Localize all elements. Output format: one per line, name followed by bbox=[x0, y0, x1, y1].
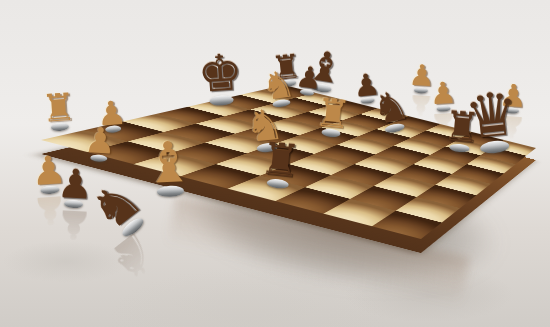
rook-glyph: ♜ bbox=[40, 89, 77, 127]
king-glyph: ♚ bbox=[196, 49, 244, 100]
chrome-ball-base bbox=[504, 107, 519, 114]
captured-light-pawn: ♟ bbox=[498, 81, 528, 115]
pawn-glyph: ♟ bbox=[352, 70, 382, 101]
pawn-glyph: ♟ bbox=[429, 79, 457, 109]
dark-bishop-c8: ♝ bbox=[303, 46, 346, 95]
pawn-reflection: ♟ bbox=[55, 205, 93, 245]
pawn-glyph: ♟ bbox=[498, 81, 528, 112]
pawn-reflection: ♟ bbox=[31, 191, 68, 230]
chrome-ball-base bbox=[361, 96, 376, 103]
captured-light-pawn: ♟ bbox=[429, 79, 458, 112]
pawn-glyph: ♟ bbox=[56, 164, 94, 204]
captured-dark-pawn: ♟ bbox=[56, 164, 94, 209]
rook-glyph: ♜ bbox=[270, 50, 303, 84]
chrome-ball-base bbox=[64, 200, 83, 209]
wobble-chess-set-photo: ♜♟♟♝♜♞♜♞♚♜♟♝♟♞♜♛♟♟♟♟♞♞♟♟♟♟♟♟ bbox=[0, 0, 550, 327]
captured-light-pawn: ♟ bbox=[408, 62, 436, 94]
dark-pawn-d8: ♟ bbox=[352, 70, 382, 104]
pawn-reflection: ♟ bbox=[407, 90, 434, 119]
chrome-ball-base bbox=[40, 185, 60, 194]
pawn-glyph: ♟ bbox=[408, 62, 435, 91]
chrome-ball-base bbox=[51, 122, 70, 131]
bishop-glyph: ♝ bbox=[304, 46, 346, 90]
pawn-reflection: ♟ bbox=[497, 111, 527, 142]
chrome-ball-base bbox=[414, 87, 428, 94]
chrome-ball-base bbox=[437, 105, 451, 112]
dark-rook-a8: ♜ bbox=[270, 50, 303, 88]
light-rook-a1: ♜ bbox=[40, 89, 77, 132]
